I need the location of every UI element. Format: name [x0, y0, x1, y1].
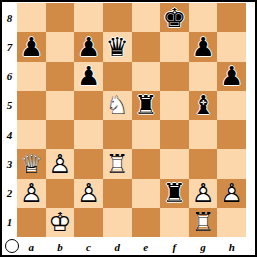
square-c2[interactable]: ♟♙: [74, 179, 103, 208]
piece-white-queen-a3[interactable]: ♕: [17, 149, 46, 178]
piece-white-rook-g1[interactable]: ♖: [189, 208, 218, 237]
piece-white-knight-d5[interactable]: ♘: [103, 91, 132, 120]
piece-black-pawn-c6[interactable]: ♟: [74, 62, 103, 91]
square-a1[interactable]: [17, 208, 46, 237]
square-e4[interactable]: [132, 120, 161, 149]
square-g7[interactable]: ♟: [189, 32, 218, 61]
square-h3[interactable]: [217, 149, 246, 178]
piece-black-queen-d7[interactable]: ♛: [103, 32, 132, 61]
piece-white-king-b1[interactable]: ♔: [46, 208, 75, 237]
piece-black-king-f8[interactable]: ♚: [160, 3, 189, 32]
square-d8[interactable]: [103, 3, 132, 32]
square-a8[interactable]: [17, 3, 46, 32]
chess-board: ♚♟♟♛♟♟♟♞♘♜♝♛♕♟♙♜♖♟♙♟♙♜♟♙♟♙♚♔♜♖: [17, 3, 246, 237]
rank-labels: 8 7 6 5 4 3 2 1: [2, 3, 17, 237]
square-f8[interactable]: ♚: [160, 3, 189, 32]
square-c1[interactable]: [74, 208, 103, 237]
file-labels: a b c d e f g h: [17, 238, 246, 255]
square-f6[interactable]: [160, 62, 189, 91]
piece-white-king-b1-fill: ♚: [46, 208, 75, 237]
square-h8[interactable]: [217, 3, 246, 32]
square-e3[interactable]: [132, 149, 161, 178]
square-b8[interactable]: [46, 3, 75, 32]
piece-white-queen-a3-fill: ♛: [17, 149, 46, 178]
square-g3[interactable]: [189, 149, 218, 178]
square-d1[interactable]: [103, 208, 132, 237]
square-g4[interactable]: [189, 120, 218, 149]
piece-white-rook-d3[interactable]: ♖: [103, 149, 132, 178]
piece-white-pawn-g2[interactable]: ♙: [189, 179, 218, 208]
piece-white-knight-d5-fill: ♞: [103, 91, 132, 120]
square-b5[interactable]: [46, 91, 75, 120]
square-a6[interactable]: [17, 62, 46, 91]
piece-white-rook-g1-fill: ♜: [189, 208, 218, 237]
square-h4[interactable]: [217, 120, 246, 149]
piece-black-pawn-a7[interactable]: ♟: [17, 32, 46, 61]
rank-label-2: 2: [2, 179, 17, 208]
square-b4[interactable]: [46, 120, 75, 149]
square-e1[interactable]: [132, 208, 161, 237]
piece-white-pawn-a2-fill: ♟: [17, 179, 46, 208]
piece-white-rook-d3-fill: ♜: [103, 149, 132, 178]
square-d5[interactable]: ♞♘: [103, 91, 132, 120]
square-h1[interactable]: [217, 208, 246, 237]
square-b1[interactable]: ♚♔: [46, 208, 75, 237]
square-d6[interactable]: [103, 62, 132, 91]
piece-white-pawn-c2[interactable]: ♙: [74, 179, 103, 208]
square-b7[interactable]: [46, 32, 75, 61]
piece-white-pawn-b3[interactable]: ♙: [46, 149, 75, 178]
square-h2[interactable]: ♟♙: [217, 179, 246, 208]
square-g5[interactable]: ♝: [189, 91, 218, 120]
square-b6[interactable]: [46, 62, 75, 91]
square-c3[interactable]: [74, 149, 103, 178]
square-e8[interactable]: [132, 3, 161, 32]
piece-white-pawn-a2[interactable]: ♙: [17, 179, 46, 208]
square-c7[interactable]: ♟: [74, 32, 103, 61]
piece-white-pawn-c2-fill: ♟: [74, 179, 103, 208]
piece-white-pawn-b3-fill: ♟: [46, 149, 75, 178]
chess-diagram: ♚♟♟♛♟♟♟♞♘♜♝♛♕♟♙♜♖♟♙♟♙♜♟♙♟♙♚♔♜♖ 8 7 6 5 4…: [0, 0, 257, 257]
square-g1[interactable]: ♜♖: [189, 208, 218, 237]
square-a5[interactable]: [17, 91, 46, 120]
rank-label-8: 8: [2, 3, 17, 32]
white-to-move-indicator: [5, 239, 19, 253]
file-label-a: a: [17, 238, 46, 255]
square-e6[interactable]: [132, 62, 161, 91]
square-f1[interactable]: [160, 208, 189, 237]
square-a4[interactable]: [17, 120, 46, 149]
square-g2[interactable]: ♟♙: [189, 179, 218, 208]
square-d3[interactable]: ♜♖: [103, 149, 132, 178]
piece-black-pawn-c7[interactable]: ♟: [74, 32, 103, 61]
piece-black-pawn-g7[interactable]: ♟: [189, 32, 218, 61]
square-e7[interactable]: [132, 32, 161, 61]
square-h6[interactable]: ♟: [217, 62, 246, 91]
square-a2[interactable]: ♟♙: [17, 179, 46, 208]
square-f3[interactable]: [160, 149, 189, 178]
file-label-h: h: [217, 238, 246, 255]
file-label-b: b: [46, 238, 75, 255]
file-label-c: c: [74, 238, 103, 255]
piece-black-rook-e5[interactable]: ♜: [132, 91, 161, 120]
square-f5[interactable]: [160, 91, 189, 120]
square-e5[interactable]: ♜: [132, 91, 161, 120]
rank-label-7: 7: [2, 32, 17, 61]
square-b2[interactable]: [46, 179, 75, 208]
square-h5[interactable]: [217, 91, 246, 120]
file-label-d: d: [103, 238, 132, 255]
square-f4[interactable]: [160, 120, 189, 149]
square-c4[interactable]: [74, 120, 103, 149]
square-c8[interactable]: [74, 3, 103, 32]
square-f2[interactable]: ♜: [160, 179, 189, 208]
piece-white-pawn-h2[interactable]: ♙: [217, 179, 246, 208]
file-label-e: e: [132, 238, 161, 255]
rank-label-5: 5: [2, 91, 17, 120]
square-c5[interactable]: [74, 91, 103, 120]
square-d2[interactable]: [103, 179, 132, 208]
square-d4[interactable]: [103, 120, 132, 149]
piece-black-bishop-g5[interactable]: ♝: [189, 91, 218, 120]
rank-label-6: 6: [2, 62, 17, 91]
square-f7[interactable]: [160, 32, 189, 61]
square-g6[interactable]: [189, 62, 218, 91]
piece-black-pawn-h6[interactable]: ♟: [217, 62, 246, 91]
piece-white-pawn-g2-fill: ♟: [189, 179, 218, 208]
file-label-g: g: [189, 238, 218, 255]
square-b3[interactable]: ♟♙: [46, 149, 75, 178]
rank-label-4: 4: [2, 120, 17, 149]
rank-label-3: 3: [2, 149, 17, 178]
square-g8[interactable]: [189, 3, 218, 32]
piece-white-pawn-h2-fill: ♟: [217, 179, 246, 208]
square-a3[interactable]: ♛♕: [17, 149, 46, 178]
rank-label-1: 1: [2, 208, 17, 237]
square-d7[interactable]: ♛: [103, 32, 132, 61]
square-e2[interactable]: [132, 179, 161, 208]
file-label-f: f: [160, 238, 189, 255]
square-c6[interactable]: ♟: [74, 62, 103, 91]
square-a7[interactable]: ♟: [17, 32, 46, 61]
square-h7[interactable]: [217, 32, 246, 61]
piece-black-rook-f2[interactable]: ♜: [160, 179, 189, 208]
